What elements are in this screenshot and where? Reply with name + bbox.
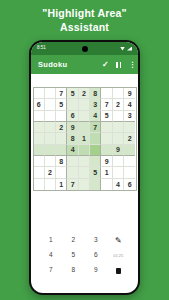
cell-r2c8[interactable]: 2: [113, 99, 124, 110]
phone-screen: 8:51 Sudoku ✓ ⋮ 752896537246453297812498…: [31, 42, 138, 293]
cell-r7c6[interactable]: [90, 156, 101, 167]
cell-r1c5[interactable]: 2: [79, 88, 90, 99]
cell-r5c1[interactable]: [34, 133, 45, 144]
cell-r2c9[interactable]: 4: [124, 99, 135, 110]
cell-r4c2[interactable]: [45, 122, 56, 133]
cell-r4c4[interactable]: 9: [67, 122, 78, 133]
cell-r6c8[interactable]: 9: [113, 145, 124, 156]
cell-r1c6[interactable]: 8: [90, 88, 101, 99]
cell-r6c1[interactable]: [34, 145, 45, 156]
cell-r8c8[interactable]: [113, 167, 124, 178]
cell-r8c7[interactable]: 1: [101, 167, 112, 178]
status-bar: 8:51: [31, 42, 138, 55]
cell-r2c4[interactable]: [67, 99, 78, 110]
wifi-icon: [120, 47, 125, 51]
banner: "Highlight Area" Assistant: [0, 0, 169, 35]
cell-r5c6[interactable]: [90, 133, 101, 144]
cell-r3c5[interactable]: [79, 111, 90, 122]
cell-r2c2[interactable]: [45, 99, 56, 110]
key-9[interactable]: 9: [94, 267, 98, 274]
cell-r8c5[interactable]: [79, 167, 90, 178]
cell-r1c4[interactable]: 5: [67, 88, 78, 99]
key-2[interactable]: 2: [71, 237, 75, 244]
cell-r4c6[interactable]: 7: [90, 122, 101, 133]
pad-timer-label: 01:25: [113, 254, 123, 258]
cell-r1c1[interactable]: [34, 88, 45, 99]
cell-r2c6[interactable]: 3: [90, 99, 101, 110]
overflow-menu-icon[interactable]: ⋮: [129, 61, 136, 68]
check-icon[interactable]: ✓: [102, 61, 109, 69]
cell-r2c3[interactable]: 5: [56, 99, 67, 110]
cell-r5c9[interactable]: 2: [124, 133, 135, 144]
eraser-icon[interactable]: [116, 268, 122, 274]
cell-r1c9[interactable]: 9: [124, 88, 135, 99]
key-4[interactable]: 4: [49, 252, 53, 259]
cell-r7c4[interactable]: [67, 156, 78, 167]
signal-icon: [127, 47, 132, 51]
pencil-icon[interactable]: ✎: [115, 237, 122, 245]
key-3[interactable]: 3: [94, 237, 98, 244]
status-icons: [120, 47, 132, 51]
cell-r3c8[interactable]: [113, 111, 124, 122]
cell-r9c8[interactable]: 4: [113, 179, 124, 190]
phone-mockup: 8:51 Sudoku ✓ ⋮ 752896537246453297812498…: [29, 40, 140, 295]
key-7[interactable]: 7: [49, 267, 53, 274]
camera-punch-hole-icon: [82, 46, 88, 52]
cell-r9c1[interactable]: [34, 179, 45, 190]
cell-r8c3[interactable]: [56, 167, 67, 178]
cell-r1c2[interactable]: [45, 88, 56, 99]
cell-r7c7[interactable]: 9: [101, 156, 112, 167]
cell-r3c6[interactable]: 4: [90, 111, 101, 122]
cell-r5c2[interactable]: [45, 133, 56, 144]
app-bar: Sudoku ✓ ⋮: [31, 55, 138, 74]
cell-r4c5[interactable]: [79, 122, 90, 133]
cell-r6c2[interactable]: [45, 145, 56, 156]
cell-r9c6[interactable]: [90, 179, 101, 190]
cell-r9c7[interactable]: [101, 179, 112, 190]
cell-r3c1[interactable]: [34, 111, 45, 122]
cell-r9c2[interactable]: [45, 179, 56, 190]
app-bar-actions: ✓ ⋮: [102, 61, 131, 69]
app-title: Sudoku: [38, 60, 67, 69]
cell-r3c4[interactable]: 6: [67, 111, 78, 122]
cell-r6c9[interactable]: [124, 145, 135, 156]
cell-r7c3[interactable]: 8: [56, 156, 67, 167]
cell-r7c2[interactable]: [45, 156, 56, 167]
cell-r9c4[interactable]: 7: [67, 179, 78, 190]
sudoku-board: 75289653724645329781249892511746: [33, 87, 137, 191]
cell-r3c9[interactable]: 3: [124, 111, 135, 122]
cell-r6c6[interactable]: [90, 145, 101, 156]
cell-r4c1[interactable]: [34, 122, 45, 133]
key-1[interactable]: 1: [49, 237, 53, 244]
banner-line2: Assistant: [0, 21, 169, 35]
cell-r8c6[interactable]: 5: [90, 167, 101, 178]
cell-r8c4[interactable]: [67, 167, 78, 178]
cell-r2c5[interactable]: [79, 99, 90, 110]
cell-r8c1[interactable]: [34, 167, 45, 178]
cell-r5c3[interactable]: [56, 133, 67, 144]
cell-r3c2[interactable]: [45, 111, 56, 122]
cell-r4c8[interactable]: [113, 122, 124, 133]
cell-r5c4[interactable]: 8: [67, 133, 78, 144]
cell-r7c1[interactable]: [34, 156, 45, 167]
cell-r5c7[interactable]: [101, 133, 112, 144]
cell-r6c3[interactable]: [56, 145, 67, 156]
cell-r9c9[interactable]: 6: [124, 179, 135, 190]
cell-r9c5[interactable]: [79, 179, 90, 190]
cell-r2c7[interactable]: 7: [101, 99, 112, 110]
key-8[interactable]: 8: [71, 267, 75, 274]
cell-r8c9[interactable]: [124, 167, 135, 178]
cell-r2c1[interactable]: 6: [34, 99, 45, 110]
key-6[interactable]: 6: [94, 252, 98, 259]
cell-r1c3[interactable]: 7: [56, 88, 67, 99]
cell-r4c7[interactable]: [101, 122, 112, 133]
cell-r4c3[interactable]: 2: [56, 122, 67, 133]
key-5[interactable]: 5: [71, 252, 75, 259]
cell-r5c8[interactable]: [113, 133, 124, 144]
cell-r7c9[interactable]: [124, 156, 135, 167]
cell-r7c8[interactable]: [113, 156, 124, 167]
cell-r1c7[interactable]: [101, 88, 112, 99]
banner-line1: "Highlight Area": [0, 7, 169, 21]
number-pad: 123✎45601:25789: [40, 233, 130, 278]
cell-r6c5[interactable]: [79, 145, 90, 156]
cell-r4c9[interactable]: [124, 122, 135, 133]
cell-r3c7[interactable]: 5: [101, 111, 112, 122]
status-time: 8:51: [37, 46, 46, 51]
cell-r6c4[interactable]: 4: [67, 145, 78, 156]
cell-r5c5[interactable]: 1: [79, 133, 90, 144]
cell-r6c7[interactable]: [101, 145, 112, 156]
cell-r8c2[interactable]: 2: [45, 167, 56, 178]
cell-r3c3[interactable]: [56, 111, 67, 122]
cell-r7c5[interactable]: [79, 156, 90, 167]
cell-r9c3[interactable]: 1: [56, 179, 67, 190]
pause-icon[interactable]: [116, 62, 122, 68]
cell-r1c8[interactable]: [113, 88, 124, 99]
